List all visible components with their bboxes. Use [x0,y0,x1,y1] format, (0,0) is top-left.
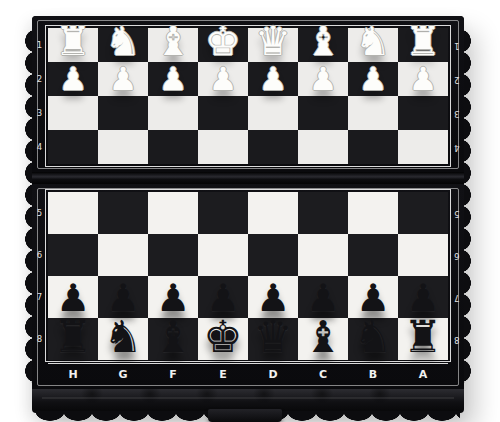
square-h6 [48,234,98,276]
square-d3 [248,96,298,130]
rank-label: 6 [37,251,42,260]
black-pawn: ♟ [156,279,190,317]
rank-labels-left-bottom: 5678 [34,192,45,360]
board-front-edge [32,389,464,413]
square-f3 [148,96,198,130]
white-pawn: ♟ [359,63,388,95]
white-rook: ♜ [405,21,441,61]
file-label: B [348,364,398,384]
square-b3 [348,96,398,130]
square-d5 [248,192,298,234]
square-f6 [148,234,198,276]
square-c5 [298,192,348,234]
white-bishop: ♝ [305,21,341,61]
square-d1: ♛ [248,28,298,62]
white-pawn: ♟ [159,63,188,95]
square-a1: ♜ [398,28,448,62]
black-rook: ♜ [403,315,442,359]
rank-labels-right-top: 1234 [451,28,462,164]
white-knight: ♞ [105,21,141,61]
square-d7: ♟ [248,276,298,318]
square-h8: ♜ [48,318,98,360]
square-h5 [48,192,98,234]
black-pawn: ♟ [106,279,140,317]
square-e4 [198,130,248,164]
square-e7: ♟ [198,276,248,318]
square-f1: ♝ [148,28,198,62]
square-h1: ♜ [48,28,98,62]
white-queen: ♛ [255,21,291,61]
rank-label: 3 [37,109,42,118]
square-h4 [48,130,98,164]
square-f7: ♟ [148,276,198,318]
square-c2: ♟ [298,62,348,96]
square-c1: ♝ [298,28,348,62]
square-c4 [298,130,348,164]
rank-label: 7 [37,293,42,302]
square-g2: ♟ [98,62,148,96]
black-pawn: ♟ [406,279,440,317]
square-h2: ♟ [48,62,98,96]
white-pawn: ♟ [259,63,288,95]
black-queen: ♛ [253,315,292,359]
product-photo: 1234 1234 ♜♞♝♚♛♝♞♜♟♟♟♟♟♟♟♟ 5678 5678 ♟♟♟… [0,0,500,422]
squares-ranks-5-8: ♟♟♟♟♟♟♟♟♜♞♝♚♛♝♞♜ [48,192,448,360]
square-g3 [98,96,148,130]
square-h3 [48,96,98,130]
black-king: ♚ [203,315,242,359]
square-d8: ♛ [248,318,298,360]
square-e5 [198,192,248,234]
square-d6 [248,234,298,276]
board-top-half: 1234 1234 ♜♞♝♚♛♝♞♜♟♟♟♟♟♟♟♟ [32,16,464,172]
black-knight: ♞ [353,315,392,359]
square-d4 [248,130,298,164]
square-a5 [398,192,448,234]
rank-label: 4 [37,143,42,152]
rank-label: 3 [454,109,459,118]
glossy-highlight [42,397,454,399]
square-b4 [348,130,398,164]
white-pawn: ♟ [109,63,138,95]
black-pawn: ♟ [306,279,340,317]
hinge-seam [32,172,464,184]
square-a3 [398,96,448,130]
square-e3 [198,96,248,130]
rank-labels-left-top: 1234 [34,28,45,164]
white-pawn: ♟ [209,63,238,95]
square-a4 [398,130,448,164]
square-g5 [98,192,148,234]
square-d2: ♟ [248,62,298,96]
file-labels: HGFEDCBA [48,363,448,384]
square-f5 [148,192,198,234]
clasp-latch [208,409,282,422]
black-pawn: ♟ [56,279,90,317]
square-b7: ♟ [348,276,398,318]
board-bottom-half: 5678 5678 ♟♟♟♟♟♟♟♟♜♞♝♚♛♝♞♜ HGFEDCBA [32,184,464,389]
rank-labels-right-bottom: 5678 [451,192,462,360]
black-pawn: ♟ [256,279,290,317]
square-c7: ♟ [298,276,348,318]
rank-label: 5 [37,209,42,218]
white-pawn: ♟ [409,63,438,95]
square-e8: ♚ [198,318,248,360]
file-label: C [298,364,348,384]
file-label: F [148,364,198,384]
square-h7: ♟ [48,276,98,318]
file-label: E [198,364,248,384]
square-g1: ♞ [98,28,148,62]
file-label: H [48,364,98,384]
square-f8: ♝ [148,318,198,360]
file-label: G [98,364,148,384]
square-g4 [98,130,148,164]
squares-ranks-1-4: ♜♞♝♚♛♝♞♜♟♟♟♟♟♟♟♟ [48,28,448,164]
square-g6 [98,234,148,276]
file-label: A [398,364,448,384]
rank-label: 8 [454,335,459,344]
rank-label: 5 [454,209,459,218]
white-bishop: ♝ [155,21,191,61]
square-c6 [298,234,348,276]
square-e2: ♟ [198,62,248,96]
square-c3 [298,96,348,130]
white-knight: ♞ [355,21,391,61]
square-b1: ♞ [348,28,398,62]
black-rook: ♜ [53,315,92,359]
black-pawn: ♟ [206,279,240,317]
rank-label: 1 [454,41,459,50]
square-f2: ♟ [148,62,198,96]
chess-board: 1234 1234 ♜♞♝♚♛♝♞♜♟♟♟♟♟♟♟♟ 5678 5678 ♟♟♟… [32,16,464,413]
square-c8: ♝ [298,318,348,360]
black-bishop: ♝ [153,315,192,359]
rank-label: 2 [454,75,459,84]
square-b8: ♞ [348,318,398,360]
square-g7: ♟ [98,276,148,318]
square-e6 [198,234,248,276]
rank-label: 1 [37,41,42,50]
square-a2: ♟ [398,62,448,96]
square-b6 [348,234,398,276]
rank-label: 8 [37,335,42,344]
black-bishop: ♝ [303,315,342,359]
square-b5 [348,192,398,234]
white-rook: ♜ [55,21,91,61]
rank-label: 4 [454,143,459,152]
square-e1: ♚ [198,28,248,62]
square-f4 [148,130,198,164]
rank-label: 7 [454,293,459,302]
white-king: ♚ [205,21,241,61]
white-pawn: ♟ [59,63,88,95]
square-a7: ♟ [398,276,448,318]
rank-label: 2 [37,75,42,84]
white-pawn: ♟ [309,63,338,95]
black-pawn: ♟ [356,279,390,317]
rank-label: 6 [454,251,459,260]
square-g8: ♞ [98,318,148,360]
square-a8: ♜ [398,318,448,360]
square-b2: ♟ [348,62,398,96]
black-knight: ♞ [103,315,142,359]
square-a6 [398,234,448,276]
file-label: D [248,364,298,384]
